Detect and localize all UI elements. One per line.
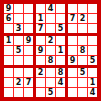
sudoku-board: 9461723751925918895285274154 xyxy=(0,0,101,101)
cell-r3c8[interactable] xyxy=(78,24,87,33)
given-digit: 5 xyxy=(80,68,86,77)
cell-r8c3[interactable]: 7 xyxy=(24,78,33,87)
cell-r7c2[interactable] xyxy=(14,68,23,77)
given-digit: 9 xyxy=(70,56,76,65)
cell-r4c8[interactable] xyxy=(78,36,87,45)
cell-r2c2[interactable] xyxy=(14,14,23,23)
cell-r1c6[interactable] xyxy=(56,4,65,13)
cell-r1c7[interactable] xyxy=(68,4,77,13)
cell-r5c2[interactable]: 5 xyxy=(14,46,23,55)
cell-r3c4[interactable]: 7 xyxy=(36,24,45,33)
cell-r7c7[interactable] xyxy=(68,68,77,77)
cell-r5c6[interactable]: 1 xyxy=(56,46,65,55)
box-divider-horizontal-1 xyxy=(4,33,97,36)
cell-r9c7[interactable] xyxy=(68,88,77,97)
cell-r1c2[interactable] xyxy=(14,4,23,13)
cell-r2c8[interactable]: 2 xyxy=(78,14,87,23)
cell-r4c9[interactable] xyxy=(88,36,97,45)
cell-r3c2[interactable]: 3 xyxy=(14,24,23,33)
cell-r7c6[interactable]: 8 xyxy=(56,68,65,77)
given-digit: 5 xyxy=(48,88,54,97)
cell-r7c5[interactable] xyxy=(46,68,55,77)
cell-r5c3[interactable] xyxy=(24,46,33,55)
cell-r9c5[interactable]: 5 xyxy=(46,88,55,97)
given-digit: 5 xyxy=(58,24,64,33)
cell-r8c5[interactable] xyxy=(46,78,55,87)
cell-r7c1[interactable] xyxy=(4,68,13,77)
given-digit: 9 xyxy=(6,4,12,13)
cell-r8c4[interactable] xyxy=(36,78,45,87)
given-digit: 8 xyxy=(80,46,86,55)
box-divider-vertical-2 xyxy=(65,4,68,97)
given-digit: 2 xyxy=(38,68,44,77)
cell-r4c3[interactable]: 9 xyxy=(24,36,33,45)
given-digit: 9 xyxy=(26,36,32,45)
cell-r9c2[interactable] xyxy=(14,88,23,97)
given-digit: 7 xyxy=(38,24,44,33)
cell-r5c4[interactable]: 9 xyxy=(36,46,45,55)
cell-r3c1[interactable] xyxy=(4,24,13,33)
cell-r4c5[interactable]: 2 xyxy=(46,36,55,45)
box-divider-vertical-1 xyxy=(33,4,36,97)
cell-r5c1[interactable] xyxy=(4,46,13,55)
cell-r7c4[interactable]: 2 xyxy=(36,68,45,77)
cell-r6c5[interactable]: 8 xyxy=(46,56,55,65)
given-digit: 8 xyxy=(48,56,54,65)
cell-r6c7[interactable]: 9 xyxy=(68,56,77,65)
cell-r9c9[interactable]: 4 xyxy=(88,88,97,97)
cell-r9c4[interactable] xyxy=(36,88,45,97)
cell-r8c9[interactable]: 1 xyxy=(88,78,97,87)
cell-r7c3[interactable] xyxy=(24,68,33,77)
cell-r9c8[interactable] xyxy=(78,88,87,97)
cell-r2c6[interactable] xyxy=(56,14,65,23)
cell-r1c9[interactable] xyxy=(88,4,97,13)
given-digit: 1 xyxy=(58,46,64,55)
cell-r2c1[interactable]: 6 xyxy=(4,14,13,23)
cell-r8c6[interactable]: 4 xyxy=(56,78,65,87)
cell-r8c1[interactable] xyxy=(4,78,13,87)
cell-r4c2[interactable] xyxy=(14,36,23,45)
cell-r6c3[interactable] xyxy=(24,56,33,65)
box-divider-horizontal-2 xyxy=(4,65,97,68)
cell-r9c6[interactable] xyxy=(56,88,65,97)
given-digit: 6 xyxy=(6,14,12,23)
cell-r2c5[interactable] xyxy=(46,14,55,23)
cell-r1c5[interactable]: 4 xyxy=(46,4,55,13)
cell-r3c6[interactable]: 5 xyxy=(56,24,65,33)
cell-r3c9[interactable] xyxy=(88,24,97,33)
cell-r8c7[interactable] xyxy=(68,78,77,87)
given-digit: 2 xyxy=(80,14,86,23)
given-digit: 7 xyxy=(26,78,32,87)
cell-r3c3[interactable] xyxy=(24,24,33,33)
cell-r2c4[interactable]: 1 xyxy=(36,14,45,23)
given-digit: 4 xyxy=(90,88,96,97)
given-digit: 1 xyxy=(6,36,12,45)
cell-r3c5[interactable] xyxy=(46,24,55,33)
cell-r4c7[interactable] xyxy=(68,36,77,45)
given-digit: 4 xyxy=(48,4,54,13)
cell-r8c2[interactable]: 2 xyxy=(14,78,23,87)
given-digit: 8 xyxy=(58,68,64,77)
cell-r5c7[interactable] xyxy=(68,46,77,55)
cell-r5c9[interactable] xyxy=(88,46,97,55)
cell-r6c8[interactable] xyxy=(78,56,87,65)
given-digit: 4 xyxy=(58,78,64,87)
given-digit: 9 xyxy=(38,46,44,55)
given-digit: 2 xyxy=(48,36,54,45)
cell-r9c1[interactable] xyxy=(4,88,13,97)
given-digit: 3 xyxy=(16,24,22,33)
cell-r2c7[interactable]: 7 xyxy=(68,14,77,23)
given-digit: 5 xyxy=(90,56,96,65)
cell-r2c9[interactable] xyxy=(88,14,97,23)
cell-r5c8[interactable]: 8 xyxy=(78,46,87,55)
cell-r4c6[interactable] xyxy=(56,36,65,45)
given-digit: 7 xyxy=(70,14,76,23)
given-digit: 1 xyxy=(38,14,44,23)
cell-r6c2[interactable] xyxy=(14,56,23,65)
cell-r6c1[interactable] xyxy=(4,56,13,65)
cell-r1c3[interactable] xyxy=(24,4,33,13)
cell-r1c1[interactable]: 9 xyxy=(4,4,13,13)
cell-r7c8[interactable]: 5 xyxy=(78,68,87,77)
cell-r3c7[interactable] xyxy=(68,24,77,33)
cell-r6c6[interactable] xyxy=(56,56,65,65)
cell-r1c8[interactable] xyxy=(78,4,87,13)
cell-r4c4[interactable] xyxy=(36,36,45,45)
cell-r6c9[interactable]: 5 xyxy=(88,56,97,65)
cell-r2c3[interactable] xyxy=(24,14,33,23)
cell-r7c9[interactable] xyxy=(88,68,97,77)
cell-r4c1[interactable]: 1 xyxy=(4,36,13,45)
cell-r8c8[interactable] xyxy=(78,78,87,87)
cell-r5c5[interactable] xyxy=(46,46,55,55)
cell-r9c3[interactable] xyxy=(24,88,33,97)
given-digit: 2 xyxy=(16,78,22,87)
given-digit: 1 xyxy=(90,78,96,87)
cell-r6c4[interactable] xyxy=(36,56,45,65)
cell-r1c4[interactable] xyxy=(36,4,45,13)
given-digit: 5 xyxy=(16,46,22,55)
